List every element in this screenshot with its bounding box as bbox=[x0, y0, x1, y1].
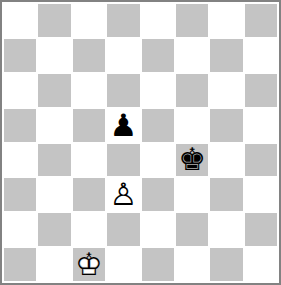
square-a1[interactable] bbox=[3, 247, 37, 282]
square-h4[interactable] bbox=[244, 143, 278, 178]
square-d8[interactable] bbox=[106, 3, 140, 38]
square-b2[interactable] bbox=[37, 212, 71, 247]
square-b6[interactable] bbox=[37, 73, 71, 108]
square-a7[interactable] bbox=[3, 38, 37, 73]
square-c1[interactable]: ♚♔ bbox=[72, 247, 106, 282]
square-h1[interactable] bbox=[244, 247, 278, 282]
square-e8[interactable] bbox=[141, 3, 175, 38]
black-pawn[interactable]: ♟ bbox=[106, 108, 140, 143]
black-pawn-glyph: ♟ bbox=[106, 108, 140, 143]
square-e3[interactable] bbox=[141, 177, 175, 212]
square-e6[interactable] bbox=[141, 73, 175, 108]
white-king[interactable]: ♚♔ bbox=[72, 247, 106, 282]
square-d3[interactable]: ♟♙ bbox=[106, 177, 140, 212]
square-g2[interactable] bbox=[209, 212, 243, 247]
square-b5[interactable] bbox=[37, 108, 71, 143]
square-e7[interactable] bbox=[141, 38, 175, 73]
square-b3[interactable] bbox=[37, 177, 71, 212]
square-d4[interactable] bbox=[106, 143, 140, 178]
square-f1[interactable] bbox=[175, 247, 209, 282]
square-a2[interactable] bbox=[3, 212, 37, 247]
square-g8[interactable] bbox=[209, 3, 243, 38]
square-f4[interactable]: ♚ bbox=[175, 143, 209, 178]
square-b1[interactable] bbox=[37, 247, 71, 282]
square-h3[interactable] bbox=[244, 177, 278, 212]
square-c4[interactable] bbox=[72, 143, 106, 178]
square-d2[interactable] bbox=[106, 212, 140, 247]
square-g4[interactable] bbox=[209, 143, 243, 178]
square-h5[interactable] bbox=[244, 108, 278, 143]
square-b7[interactable] bbox=[37, 38, 71, 73]
square-e4[interactable] bbox=[141, 143, 175, 178]
black-king-glyph: ♚ bbox=[175, 143, 209, 178]
square-d7[interactable] bbox=[106, 38, 140, 73]
square-f7[interactable] bbox=[175, 38, 209, 73]
square-c3[interactable] bbox=[72, 177, 106, 212]
square-a3[interactable] bbox=[3, 177, 37, 212]
square-d5[interactable]: ♟ bbox=[106, 108, 140, 143]
square-e2[interactable] bbox=[141, 212, 175, 247]
square-a6[interactable] bbox=[3, 73, 37, 108]
square-f5[interactable] bbox=[175, 108, 209, 143]
black-king[interactable]: ♚ bbox=[175, 143, 209, 178]
white-pawn[interactable]: ♟♙ bbox=[106, 177, 140, 212]
square-h2[interactable] bbox=[244, 212, 278, 247]
square-g3[interactable] bbox=[209, 177, 243, 212]
square-f3[interactable] bbox=[175, 177, 209, 212]
square-f8[interactable] bbox=[175, 3, 209, 38]
square-g5[interactable] bbox=[209, 108, 243, 143]
square-a5[interactable] bbox=[3, 108, 37, 143]
square-c7[interactable] bbox=[72, 38, 106, 73]
square-d6[interactable] bbox=[106, 73, 140, 108]
square-b8[interactable] bbox=[37, 3, 71, 38]
square-c6[interactable] bbox=[72, 73, 106, 108]
white-king-glyph: ♔ bbox=[72, 247, 106, 282]
square-f6[interactable] bbox=[175, 73, 209, 108]
square-c8[interactable] bbox=[72, 3, 106, 38]
chess-board: ♟♚♟♙♚♔ bbox=[3, 3, 278, 282]
square-c2[interactable] bbox=[72, 212, 106, 247]
square-e1[interactable] bbox=[141, 247, 175, 282]
square-a4[interactable] bbox=[3, 143, 37, 178]
square-d1[interactable] bbox=[106, 247, 140, 282]
square-h7[interactable] bbox=[244, 38, 278, 73]
square-e5[interactable] bbox=[141, 108, 175, 143]
square-h6[interactable] bbox=[244, 73, 278, 108]
square-h8[interactable] bbox=[244, 3, 278, 38]
square-c5[interactable] bbox=[72, 108, 106, 143]
square-a8[interactable] bbox=[3, 3, 37, 38]
square-f2[interactable] bbox=[175, 212, 209, 247]
square-g6[interactable] bbox=[209, 73, 243, 108]
square-b4[interactable] bbox=[37, 143, 71, 178]
square-g7[interactable] bbox=[209, 38, 243, 73]
board-frame: ♟♚♟♙♚♔ bbox=[0, 0, 281, 285]
square-g1[interactable] bbox=[209, 247, 243, 282]
white-pawn-glyph: ♙ bbox=[106, 177, 140, 212]
